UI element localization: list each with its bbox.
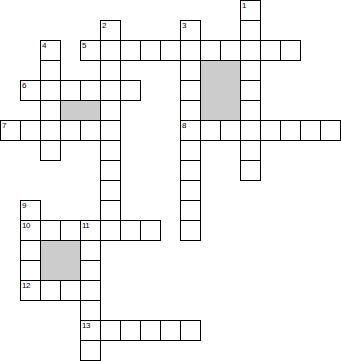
cell-r1c12[interactable] — [240, 20, 261, 41]
cell-r2c13[interactable] — [260, 40, 281, 61]
cell-r7c5[interactable] — [100, 140, 121, 161]
cell-r6c16[interactable] — [320, 120, 341, 141]
shaded-block — [60, 100, 101, 121]
cell-r2c4[interactable] — [80, 40, 101, 61]
cell-r11c7[interactable] — [140, 220, 161, 241]
cell-r10c9[interactable] — [180, 200, 201, 221]
cell-r16c6[interactable] — [120, 320, 141, 341]
cell-r14c3[interactable] — [60, 280, 81, 301]
cell-r6c9[interactable] — [180, 120, 201, 141]
cell-r4c4[interactable] — [80, 80, 101, 101]
cell-r2c5[interactable] — [100, 40, 121, 61]
cell-r4c6[interactable] — [120, 80, 141, 101]
cell-r2c8[interactable] — [160, 40, 181, 61]
cell-r7c2[interactable] — [40, 140, 61, 161]
cell-r12c1[interactable] — [20, 240, 41, 261]
cell-r2c12[interactable] — [240, 40, 261, 61]
cell-r5c12[interactable] — [240, 100, 261, 121]
crossword-puzzle-page: 12345678910111213 — [0, 0, 341, 361]
cell-r5c9[interactable] — [180, 100, 201, 121]
cell-r4c9[interactable] — [180, 80, 201, 101]
cell-r6c3[interactable] — [60, 120, 81, 141]
cell-r13c1[interactable] — [20, 260, 41, 281]
cell-r14c4[interactable] — [80, 280, 101, 301]
cell-r5c2[interactable] — [40, 100, 61, 121]
cell-r16c8[interactable] — [160, 320, 181, 341]
cell-r7c12[interactable] — [240, 140, 261, 161]
cell-r6c4[interactable] — [80, 120, 101, 141]
cell-r3c12[interactable] — [240, 60, 261, 81]
cell-r2c11[interactable] — [220, 40, 241, 61]
cell-r16c9[interactable] — [180, 320, 201, 341]
cell-r6c13[interactable] — [260, 120, 281, 141]
crossword-board: 12345678910111213 — [0, 0, 341, 361]
cell-r3c5[interactable] — [100, 60, 121, 81]
cell-r11c4[interactable] — [80, 220, 101, 241]
cell-r11c5[interactable] — [100, 220, 121, 241]
cell-r7c9[interactable] — [180, 140, 201, 161]
cell-r4c3[interactable] — [60, 80, 81, 101]
cell-r2c6[interactable] — [120, 40, 141, 61]
cell-r11c2[interactable] — [40, 220, 61, 241]
cell-r8c5[interactable] — [100, 160, 121, 181]
cell-r4c2[interactable] — [40, 80, 61, 101]
cell-r9c5[interactable] — [100, 180, 121, 201]
cell-r6c10[interactable] — [200, 120, 221, 141]
cell-r11c9[interactable] — [180, 220, 201, 241]
cell-r2c9[interactable] — [180, 40, 201, 61]
cell-r12c4[interactable] — [80, 240, 101, 261]
cell-r13c4[interactable] — [80, 260, 101, 281]
cell-r1c9[interactable] — [180, 20, 201, 41]
cell-r0c12[interactable] — [240, 0, 261, 21]
cell-r4c12[interactable] — [240, 80, 261, 101]
cell-r2c14[interactable] — [280, 40, 301, 61]
cell-r2c7[interactable] — [140, 40, 161, 61]
cell-r3c9[interactable] — [180, 60, 201, 81]
cell-r4c5[interactable] — [100, 80, 121, 101]
cell-r5c5[interactable] — [100, 100, 121, 121]
cell-r6c1[interactable] — [20, 120, 41, 141]
shaded-block — [200, 60, 241, 121]
shaded-block — [40, 240, 81, 281]
cell-r3c2[interactable] — [40, 60, 61, 81]
cell-r14c1[interactable] — [20, 280, 41, 301]
cell-r6c14[interactable] — [280, 120, 301, 141]
cell-r9c9[interactable] — [180, 180, 201, 201]
cell-r17c4[interactable] — [80, 340, 101, 361]
cell-r10c1[interactable] — [20, 200, 41, 221]
cell-r6c0[interactable] — [0, 120, 21, 141]
cell-r14c2[interactable] — [40, 280, 61, 301]
cell-r1c5[interactable] — [100, 20, 121, 41]
cell-r8c12[interactable] — [240, 160, 261, 181]
cell-r6c2[interactable] — [40, 120, 61, 141]
cell-r11c1[interactable] — [20, 220, 41, 241]
cell-r10c5[interactable] — [100, 200, 121, 221]
cell-r15c4[interactable] — [80, 300, 101, 321]
cell-r6c15[interactable] — [300, 120, 321, 141]
cell-r16c5[interactable] — [100, 320, 121, 341]
cell-r4c1[interactable] — [20, 80, 41, 101]
cell-r11c3[interactable] — [60, 220, 81, 241]
cell-r6c5[interactable] — [100, 120, 121, 141]
cell-r2c10[interactable] — [200, 40, 221, 61]
cell-r16c4[interactable] — [80, 320, 101, 341]
cell-r2c2[interactable] — [40, 40, 61, 61]
cell-r6c12[interactable] — [240, 120, 261, 141]
cell-r8c9[interactable] — [180, 160, 201, 181]
cell-r6c11[interactable] — [220, 120, 241, 141]
cell-r11c6[interactable] — [120, 220, 141, 241]
cell-r16c7[interactable] — [140, 320, 161, 341]
